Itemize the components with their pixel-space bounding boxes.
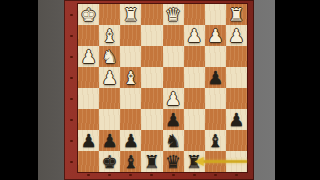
square-h6[interactable]	[78, 109, 99, 130]
square-a1[interactable]: ♜	[226, 4, 247, 25]
square-b4[interactable]: ♟	[205, 67, 226, 88]
file-tick	[193, 174, 196, 176]
square-d4[interactable]	[163, 67, 184, 88]
square-h8[interactable]	[78, 151, 99, 172]
square-c7[interactable]	[184, 130, 205, 151]
square-c3[interactable]	[184, 46, 205, 67]
square-f2[interactable]	[120, 25, 141, 46]
white-knight[interactable]: ♞	[102, 46, 118, 67]
square-g6[interactable]	[99, 109, 120, 130]
black-queen[interactable]: ♛	[165, 151, 181, 172]
white-queen[interactable]: ♛	[165, 4, 181, 25]
square-d8[interactable]: ♛	[163, 151, 184, 172]
square-g7[interactable]: ♟	[99, 130, 120, 151]
square-h2[interactable]	[78, 25, 99, 46]
rank-tick	[70, 77, 73, 79]
file-tick	[108, 174, 111, 176]
black-king[interactable]: ♚	[102, 151, 118, 172]
black-rook[interactable]: ♜	[144, 151, 160, 172]
square-c6[interactable]	[184, 109, 205, 130]
square-e4[interactable]	[141, 67, 162, 88]
square-g1[interactable]	[99, 4, 120, 25]
white-pawn[interactable]: ♟	[102, 67, 118, 88]
square-f8[interactable]: ♝	[120, 151, 141, 172]
square-e7[interactable]	[141, 130, 162, 151]
white-king[interactable]: ♚	[80, 4, 96, 25]
square-c4[interactable]	[184, 67, 205, 88]
square-e6[interactable]	[141, 109, 162, 130]
file-tick	[235, 174, 238, 176]
square-e8[interactable]: ♜	[141, 151, 162, 172]
square-d1[interactable]: ♛	[163, 4, 184, 25]
white-bishop[interactable]: ♝	[102, 25, 118, 46]
square-c8[interactable]: ♜	[184, 151, 205, 172]
square-d6[interactable]: ♟	[163, 109, 184, 130]
square-g5[interactable]	[99, 88, 120, 109]
black-pawn[interactable]: ♟	[228, 109, 244, 130]
square-e1[interactable]	[141, 4, 162, 25]
rank-tick	[70, 140, 73, 142]
black-pawn[interactable]: ♟	[123, 130, 139, 151]
square-b3[interactable]	[205, 46, 226, 67]
square-b8[interactable]	[205, 151, 226, 172]
square-f6[interactable]	[120, 109, 141, 130]
square-f1[interactable]: ♜	[120, 4, 141, 25]
file-tick	[150, 174, 153, 176]
black-pawn[interactable]: ♟	[165, 109, 181, 130]
square-b6[interactable]	[205, 109, 226, 130]
square-h3[interactable]: ♟	[78, 46, 99, 67]
black-pawn[interactable]: ♟	[102, 130, 118, 151]
square-d3[interactable]	[163, 46, 184, 67]
rank-tick	[70, 119, 73, 121]
rank-tick	[70, 56, 73, 58]
square-d7[interactable]: ♞	[163, 130, 184, 151]
file-tick	[87, 174, 90, 176]
square-d5[interactable]: ♟	[163, 88, 184, 109]
black-pawn[interactable]: ♟	[80, 130, 96, 151]
white-pawn[interactable]: ♟	[207, 25, 223, 46]
black-rook[interactable]: ♜	[186, 151, 202, 172]
square-e3[interactable]	[141, 46, 162, 67]
square-b2[interactable]: ♟	[205, 25, 226, 46]
black-bishop[interactable]: ♝	[123, 151, 139, 172]
square-e5[interactable]	[141, 88, 162, 109]
square-b1[interactable]	[205, 4, 226, 25]
square-d2[interactable]	[163, 25, 184, 46]
square-g4[interactable]: ♟	[99, 67, 120, 88]
white-bishop[interactable]: ♝	[123, 67, 139, 88]
square-a4[interactable]	[226, 67, 247, 88]
board-grid[interactable]: ♚♜♛♜♝♟♟♟♟♞♟♝♟♟♟♟♟♟♟♞♝♚♝♜♛♜	[78, 4, 247, 172]
white-pawn[interactable]: ♟	[80, 46, 96, 67]
video-frame: ♚♜♛♜♝♟♟♟♟♞♟♝♟♟♟♟♟♟♟♞♝♚♝♜♛♜	[0, 0, 320, 180]
square-a8[interactable]	[226, 151, 247, 172]
square-f7[interactable]: ♟	[120, 130, 141, 151]
chess-board: ♚♜♛♜♝♟♟♟♟♞♟♝♟♟♟♟♟♟♟♞♝♚♝♜♛♜	[64, 0, 254, 180]
square-g8[interactable]: ♚	[99, 151, 120, 172]
square-e2[interactable]	[141, 25, 162, 46]
white-rook[interactable]: ♜	[123, 4, 139, 25]
square-a2[interactable]: ♟	[226, 25, 247, 46]
black-knight[interactable]: ♞	[165, 130, 181, 151]
white-pawn[interactable]: ♟	[165, 88, 181, 109]
file-tick	[214, 174, 217, 176]
rank-tick	[70, 35, 73, 37]
file-tick	[129, 174, 132, 176]
rank-tick	[70, 98, 73, 100]
square-f3[interactable]	[120, 46, 141, 67]
white-pawn[interactable]: ♟	[186, 25, 202, 46]
square-a3[interactable]	[226, 46, 247, 67]
white-pawn[interactable]: ♟	[228, 25, 244, 46]
square-a5[interactable]	[226, 88, 247, 109]
black-pawn[interactable]: ♟	[207, 67, 223, 88]
square-f5[interactable]	[120, 88, 141, 109]
square-c5[interactable]	[184, 88, 205, 109]
square-b5[interactable]	[205, 88, 226, 109]
black-bishop[interactable]: ♝	[207, 130, 223, 151]
square-g3[interactable]: ♞	[99, 46, 120, 67]
rank-tick	[70, 161, 73, 163]
file-tick	[172, 174, 175, 176]
square-a7[interactable]	[226, 130, 247, 151]
square-g2[interactable]: ♝	[99, 25, 120, 46]
square-a6[interactable]: ♟	[226, 109, 247, 130]
square-h5[interactable]	[78, 88, 99, 109]
square-h1[interactable]: ♚	[78, 4, 99, 25]
square-f4[interactable]: ♝	[120, 67, 141, 88]
square-c2[interactable]: ♟	[184, 25, 205, 46]
square-c1[interactable]	[184, 4, 205, 25]
rank-tick	[70, 14, 73, 16]
square-b7[interactable]: ♝	[205, 130, 226, 151]
square-h7[interactable]: ♟	[78, 130, 99, 151]
square-h4[interactable]	[78, 67, 99, 88]
white-rook[interactable]: ♜	[228, 4, 244, 25]
